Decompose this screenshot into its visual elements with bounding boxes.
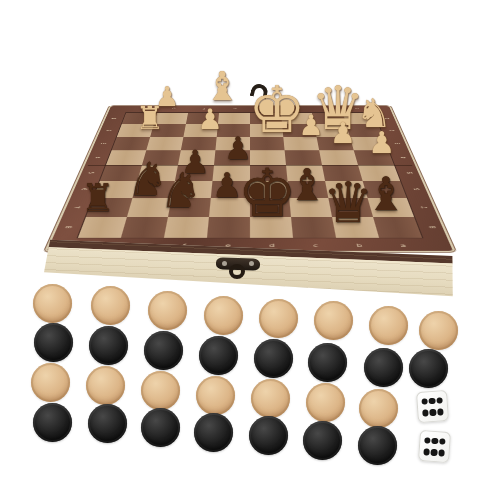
chess-piece-light-pawn: ♟ xyxy=(197,106,222,134)
chess-piece-dark-knight: ♞ xyxy=(159,166,202,214)
chess-piece-light-rook: ♜ xyxy=(136,102,165,134)
chess-piece-light-pawn: ♟ xyxy=(330,119,356,148)
product-photo: hhggffeeddccbbaa1122334455667788 ♜♟♝♟♚♟♛… xyxy=(0,0,500,500)
chess-piece-light-king: ♚ xyxy=(248,78,305,142)
chess-piece-dark-king: ♚ xyxy=(237,161,296,227)
chess-pieces-layer: ♜♟♝♟♚♟♛♟♞♟♜♞♞♟♟♟♚♝♛♝ xyxy=(0,0,500,500)
chess-piece-dark-queen: ♛ xyxy=(323,175,373,231)
chess-piece-light-pawn: ♟ xyxy=(369,128,396,158)
chess-piece-dark-rook: ♜ xyxy=(81,179,115,217)
chess-piece-light-bishop: ♝ xyxy=(204,66,240,106)
